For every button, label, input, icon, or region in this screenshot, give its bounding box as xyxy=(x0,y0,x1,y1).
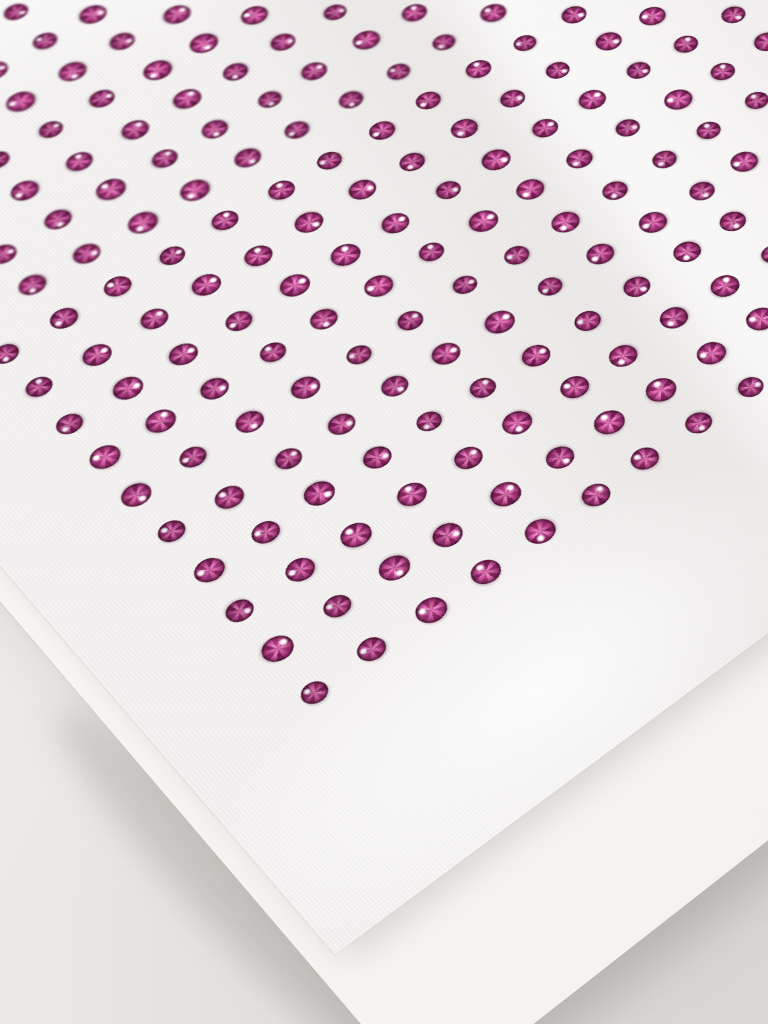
photo-scene xyxy=(0,0,768,1024)
photo-stage xyxy=(0,0,768,1024)
